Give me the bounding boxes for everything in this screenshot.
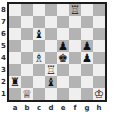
piece-black-rook: ♜: [9, 76, 21, 88]
square-d1[interactable]: [45, 88, 57, 100]
chess-diagram: 87654321 ♖♝♟♟♗♚♟♖♜♝♕♔ abcdefgh: [0, 0, 118, 118]
square-a1[interactable]: [9, 88, 21, 100]
file-label-g: g: [81, 103, 93, 113]
square-c1[interactable]: [33, 88, 45, 100]
piece-white-bishop: ♗: [33, 52, 45, 64]
file-label-f: f: [69, 103, 81, 113]
piece-black-king: ♚: [57, 52, 69, 64]
square-a7[interactable]: [9, 16, 21, 28]
square-f3[interactable]: [69, 64, 81, 76]
piece-white-rook: ♖: [69, 4, 81, 16]
square-d8[interactable]: [45, 4, 57, 16]
rank-labels: 87654321: [0, 4, 7, 100]
square-c8[interactable]: [33, 4, 45, 16]
rank-label-2: 2: [0, 76, 7, 88]
square-c6[interactable]: ♝: [33, 28, 45, 40]
square-c2[interactable]: [33, 76, 45, 88]
square-g8[interactable]: [81, 4, 93, 16]
file-label-c: c: [33, 103, 45, 113]
square-h8[interactable]: [93, 4, 105, 16]
square-d2[interactable]: ♝: [45, 76, 57, 88]
square-b8[interactable]: [21, 4, 33, 16]
square-d6[interactable]: [45, 28, 57, 40]
rank-label-8: 8: [0, 4, 7, 16]
square-h6[interactable]: [93, 28, 105, 40]
square-g7[interactable]: [81, 16, 93, 28]
square-b6[interactable]: [21, 28, 33, 40]
square-a4[interactable]: [9, 52, 21, 64]
file-label-a: a: [9, 103, 21, 113]
square-h5[interactable]: [93, 40, 105, 52]
square-e7[interactable]: [57, 16, 69, 28]
square-f8[interactable]: ♖: [69, 4, 81, 16]
piece-black-pawn: ♟: [81, 52, 93, 64]
square-h7[interactable]: [93, 16, 105, 28]
square-h1[interactable]: ♔: [93, 88, 105, 100]
square-e2[interactable]: [57, 76, 69, 88]
square-e4[interactable]: ♚: [57, 52, 69, 64]
square-f6[interactable]: [69, 28, 81, 40]
file-label-h: h: [93, 103, 105, 113]
piece-black-bishop: ♝: [45, 76, 57, 88]
square-a6[interactable]: [9, 28, 21, 40]
square-g4[interactable]: ♟: [81, 52, 93, 64]
square-a2[interactable]: ♜: [9, 76, 21, 88]
square-g1[interactable]: [81, 88, 93, 100]
square-e1[interactable]: [57, 88, 69, 100]
square-f5[interactable]: [69, 40, 81, 52]
square-d5[interactable]: [45, 40, 57, 52]
rank-label-5: 5: [0, 40, 7, 52]
rank-label-7: 7: [0, 16, 7, 28]
file-label-b: b: [21, 103, 33, 113]
square-h4[interactable]: [93, 52, 105, 64]
square-g2[interactable]: [81, 76, 93, 88]
square-h3[interactable]: [93, 64, 105, 76]
square-b5[interactable]: [21, 40, 33, 52]
square-f1[interactable]: [69, 88, 81, 100]
piece-white-king: ♔: [93, 88, 105, 100]
file-labels: abcdefgh: [9, 103, 105, 113]
square-a5[interactable]: [9, 40, 21, 52]
square-b1[interactable]: ♕: [21, 88, 33, 100]
square-e3[interactable]: [57, 64, 69, 76]
square-c4[interactable]: ♗: [33, 52, 45, 64]
rank-label-1: 1: [0, 88, 7, 100]
rank-label-3: 3: [0, 64, 7, 76]
square-g3[interactable]: [81, 64, 93, 76]
square-a8[interactable]: [9, 4, 21, 16]
square-f4[interactable]: [69, 52, 81, 64]
square-c3[interactable]: [33, 64, 45, 76]
square-b3[interactable]: [21, 64, 33, 76]
square-e8[interactable]: [57, 4, 69, 16]
square-f2[interactable]: [69, 76, 81, 88]
rank-label-4: 4: [0, 52, 7, 64]
square-b4[interactable]: [21, 52, 33, 64]
file-label-d: d: [45, 103, 57, 113]
square-f7[interactable]: [69, 16, 81, 28]
piece-white-queen: ♕: [21, 88, 33, 100]
piece-black-bishop: ♝: [33, 28, 45, 40]
rank-label-6: 6: [0, 28, 7, 40]
square-b7[interactable]: [21, 16, 33, 28]
square-d7[interactable]: [45, 16, 57, 28]
chess-board: ♖♝♟♟♗♚♟♖♜♝♕♔: [7, 2, 107, 102]
file-label-e: e: [57, 103, 69, 113]
